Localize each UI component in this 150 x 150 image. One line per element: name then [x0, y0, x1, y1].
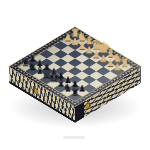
piece-black-rook: ♜	[67, 87, 83, 98]
chess-set-photo: ♜♞♝♛♚♝♞♜♟♟♟♟♟♟♟♟♟♟♟♟♟♟♟♟♜♞♝♛♚♝♞♜	[0, 0, 150, 150]
brass-hinge-icon	[86, 102, 90, 110]
watermark	[63, 136, 85, 139]
chess-box-top: ♜♞♝♛♚♝♞♜♟♟♟♟♟♟♟♟♟♟♟♟♟♟♟♟♜♞♝♛♚♝♞♜	[9, 27, 141, 106]
piece-white-pawn: ♟	[109, 63, 125, 72]
brass-latch-icon	[34, 87, 38, 95]
